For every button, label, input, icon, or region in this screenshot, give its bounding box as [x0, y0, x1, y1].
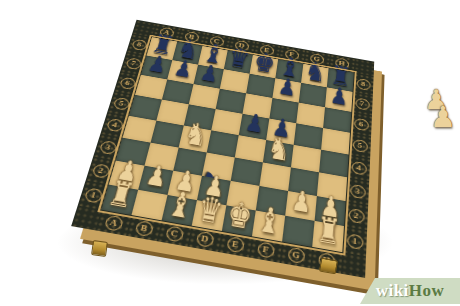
rank-label-text: 8: [356, 78, 370, 91]
rank-label-text: 4: [106, 118, 124, 132]
rank-label-text: 8: [131, 38, 148, 50]
brass-latch-right-icon: [319, 258, 338, 275]
rank-label-text: 2: [91, 163, 110, 179]
file-label-text: E: [226, 235, 245, 252]
square-h1: ♜: [312, 221, 344, 252]
file-label-text: C: [165, 225, 184, 242]
wikihow-wiki-text: wiki: [376, 281, 409, 301]
rank-label-right-1: 1: [342, 226, 367, 256]
file-label-text: A: [103, 214, 123, 231]
square-e1: ♚: [222, 205, 256, 236]
piece-white-rook-h1: ♜: [312, 210, 345, 254]
brass-latch-left-icon: [91, 240, 108, 257]
rank-label-text: 1: [346, 233, 363, 250]
rank-label-text: 4: [351, 160, 367, 175]
border-corner: [341, 252, 366, 278]
rank-label-text: 6: [119, 76, 137, 89]
square-f1: ♝: [252, 211, 285, 242]
wikihow-how-text: How: [409, 281, 445, 301]
file-label-text: F: [256, 241, 274, 258]
captured-white-pawn-2: ♟: [429, 103, 457, 131]
square-g1: [282, 216, 315, 247]
file-label-text: G: [287, 246, 305, 263]
rank-label-text: 2: [348, 207, 364, 223]
piece-white-bishop-f1: ♝: [252, 200, 287, 244]
rank-label-text: 7: [355, 97, 370, 110]
file-label-text: B: [134, 220, 154, 237]
rank-label-text: 5: [112, 96, 130, 110]
square-d1: ♛: [192, 200, 227, 231]
file-label-text: D: [195, 230, 214, 247]
rank-label-text: 7: [125, 57, 142, 70]
photo-canvas: ABCDEFGH8♜♞♝♛♚♝♞♜87♟♟♟♟♟7665♟♟54♞♞43♟32♟…: [0, 0, 460, 306]
rank-label-text: 5: [352, 138, 367, 152]
wikihow-watermark: wiki How: [360, 278, 460, 304]
rank-label-text: 1: [83, 187, 103, 203]
rank-label-text: 6: [354, 117, 369, 131]
captured-white-pawns: ♟♟: [422, 86, 460, 148]
rank-label-text: 3: [98, 140, 117, 155]
rank-label-text: 3: [350, 183, 366, 198]
